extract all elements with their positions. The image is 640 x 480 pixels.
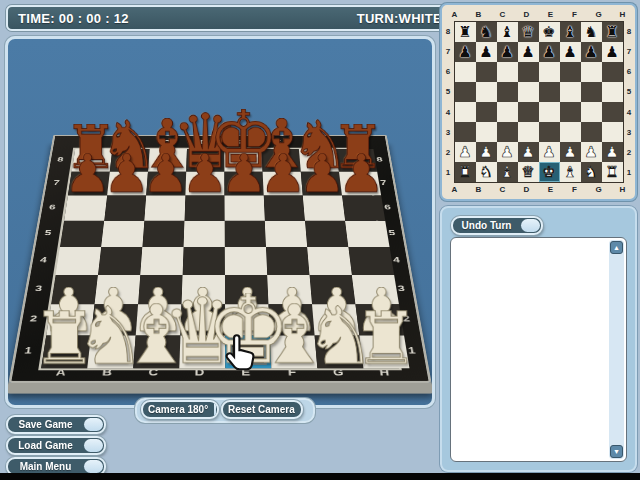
mini-square-b7: ♟ bbox=[476, 42, 497, 62]
mini-square-h6 bbox=[602, 62, 623, 82]
mini-piece-white-pawn: ♟ bbox=[476, 142, 497, 162]
square-d6[interactable] bbox=[184, 196, 224, 221]
coordinate-label-E: E bbox=[539, 8, 563, 21]
mini-square-d7: ♟ bbox=[518, 42, 539, 62]
square-f6[interactable] bbox=[264, 196, 305, 221]
mini-square-b6 bbox=[476, 62, 497, 82]
button-tab bbox=[214, 403, 216, 416]
square-f4[interactable] bbox=[266, 247, 310, 275]
mini-square-f3 bbox=[560, 122, 581, 142]
coordinate-label-A: A bbox=[443, 8, 467, 21]
square-f7[interactable]: ♟ bbox=[263, 172, 303, 196]
mini-square-c6 bbox=[497, 62, 518, 82]
square-d5[interactable] bbox=[184, 221, 225, 247]
square-g6[interactable] bbox=[303, 196, 345, 221]
mini-square-a7: ♟ bbox=[455, 42, 476, 62]
coordinate-label-4: 4 bbox=[624, 102, 635, 122]
app-window: { "game": "chess", "position": { "fen": … bbox=[0, 0, 640, 480]
mini-square-h5 bbox=[602, 82, 623, 102]
mini-square-c1: ♝ bbox=[497, 162, 518, 182]
coordinate-label-C: C bbox=[491, 8, 515, 21]
square-g7[interactable]: ♟ bbox=[301, 172, 342, 196]
mini-board: ABCDEFGH 87654321 ♜♞♝♛♚♝♞♜♟♟♟♟♟♟♟♟♟♟♟♟♟♟… bbox=[443, 8, 635, 196]
mini-piece-white-rook: ♜ bbox=[602, 162, 623, 182]
mini-piece-black-pawn: ♟ bbox=[518, 42, 539, 62]
main-menu-label: Main Menu bbox=[8, 459, 83, 474]
mini-piece-black-pawn: ♟ bbox=[476, 42, 497, 62]
board-3d-scene: ABCDEFGH ABCDEFGH 87654321 87654321 ♜♞♝♛… bbox=[8, 39, 432, 405]
mini-piece-black-pawn: ♟ bbox=[497, 42, 518, 62]
mini-square-e1: ♚ bbox=[539, 162, 560, 182]
mini-board-squares: ♜♞♝♛♚♝♞♜♟♟♟♟♟♟♟♟♟♟♟♟♟♟♟♟♜♞♝♛♚♝♞♜ bbox=[454, 21, 624, 183]
mini-piece-black-pawn: ♟ bbox=[581, 42, 602, 62]
mini-square-d8: ♛ bbox=[518, 22, 539, 42]
mini-piece-black-rook: ♜ bbox=[455, 22, 476, 42]
coordinate-label-2: 2 bbox=[443, 143, 454, 163]
coordinate-label-A: A bbox=[443, 183, 467, 196]
mini-square-d6 bbox=[518, 62, 539, 82]
coordinate-label-8: 8 bbox=[624, 21, 635, 41]
button-tab bbox=[521, 219, 540, 232]
mini-square-c5 bbox=[497, 82, 518, 102]
mini-square-f4 bbox=[560, 102, 581, 122]
mini-piece-black-rook: ♜ bbox=[602, 22, 623, 42]
piece-black-pawn[interactable]: ♟ bbox=[338, 154, 385, 195]
mini-square-b4 bbox=[476, 102, 497, 122]
square-g4[interactable] bbox=[307, 247, 352, 275]
mini-piece-black-pawn: ♟ bbox=[539, 42, 560, 62]
square-e6[interactable] bbox=[225, 196, 265, 221]
mini-square-c2: ♟ bbox=[497, 142, 518, 162]
mini-square-e6 bbox=[539, 62, 560, 82]
square-c5[interactable] bbox=[142, 221, 184, 247]
mini-rank-labels-left: 87654321 bbox=[443, 21, 454, 183]
square-h6[interactable] bbox=[342, 196, 385, 221]
mini-piece-black-pawn: ♟ bbox=[602, 42, 623, 62]
scroll-up-icon[interactable]: ▲ bbox=[610, 241, 623, 254]
coordinate-label-5: 5 bbox=[443, 82, 454, 102]
mini-piece-white-pawn: ♟ bbox=[497, 142, 518, 162]
square-b6[interactable] bbox=[104, 196, 146, 221]
mini-piece-black-bishop: ♝ bbox=[560, 22, 581, 42]
coordinate-label-F: F bbox=[563, 8, 587, 21]
board-3d-squares: ♜♞♝♛♚♝♞♜♟♟♟♟♟♟♟♟♟♟♟♟♟♟♟♟♜♞♝♛♚♝♞♜ bbox=[38, 148, 402, 371]
mini-square-d3 bbox=[518, 122, 539, 142]
coordinate-label-7: 7 bbox=[443, 41, 454, 61]
mini-square-h4 bbox=[602, 102, 623, 122]
mini-piece-white-rook: ♜ bbox=[455, 162, 476, 182]
mini-square-g7: ♟ bbox=[581, 42, 602, 62]
mini-square-f1: ♝ bbox=[560, 162, 581, 182]
mini-square-h8: ♜ bbox=[602, 22, 623, 42]
coordinate-label-C: C bbox=[491, 183, 515, 196]
undo-turn-button[interactable]: Undo Turn bbox=[451, 216, 543, 235]
mini-piece-white-pawn: ♟ bbox=[581, 142, 602, 162]
mini-square-h1: ♜ bbox=[602, 162, 623, 182]
coordinate-label-H: H bbox=[611, 8, 635, 21]
camera-180-button[interactable]: Camera 180° bbox=[141, 400, 219, 419]
mini-square-c8: ♝ bbox=[497, 22, 518, 42]
coordinate-label-4: 4 bbox=[32, 246, 56, 274]
coordinate-label-H: H bbox=[611, 183, 635, 196]
mini-square-a4 bbox=[455, 102, 476, 122]
square-b5[interactable] bbox=[101, 221, 144, 247]
mini-square-f8: ♝ bbox=[560, 22, 581, 42]
square-e5[interactable] bbox=[225, 221, 266, 247]
mini-piece-white-king: ♚ bbox=[539, 162, 560, 182]
mini-square-c3 bbox=[497, 122, 518, 142]
mini-square-f7: ♟ bbox=[560, 42, 581, 62]
board-3d-frame: ABCDEFGH ABCDEFGH 87654321 87654321 ♜♞♝♛… bbox=[8, 135, 431, 383]
move-list-scrollbar[interactable]: ▲ ▼ bbox=[609, 240, 624, 459]
mini-piece-white-knight: ♞ bbox=[581, 162, 602, 182]
mini-square-e3 bbox=[539, 122, 560, 142]
mini-square-d2: ♟ bbox=[518, 142, 539, 162]
coordinate-label-G: G bbox=[587, 183, 611, 196]
mini-piece-black-king: ♚ bbox=[539, 22, 560, 42]
mini-square-a2: ♟ bbox=[455, 142, 476, 162]
mini-piece-black-pawn: ♟ bbox=[455, 42, 476, 62]
status-bar: TIME: 00 : 00 : 12 TURN:WHITE bbox=[6, 5, 454, 31]
mini-square-f2: ♟ bbox=[560, 142, 581, 162]
mini-square-b8: ♞ bbox=[476, 22, 497, 42]
coordinate-label-D: D bbox=[515, 8, 539, 21]
square-d4[interactable] bbox=[183, 247, 225, 275]
coordinate-label-5: 5 bbox=[624, 82, 635, 102]
square-a6[interactable] bbox=[64, 196, 107, 221]
coordinate-label-D: D bbox=[515, 183, 539, 196]
mini-square-g3 bbox=[581, 122, 602, 142]
coordinate-label-5: 5 bbox=[36, 219, 59, 245]
mini-file-labels-top: ABCDEFGH bbox=[443, 8, 635, 21]
square-a4[interactable] bbox=[56, 247, 102, 275]
mini-square-c7: ♟ bbox=[497, 42, 518, 62]
coordinate-label-B: B bbox=[467, 8, 491, 21]
mini-square-e5 bbox=[539, 82, 560, 102]
square-b1[interactable]: ♞ bbox=[87, 335, 136, 368]
mini-square-b1: ♞ bbox=[476, 162, 497, 182]
mini-square-e4 bbox=[539, 102, 560, 122]
square-a5[interactable] bbox=[60, 221, 104, 247]
mini-square-b2: ♟ bbox=[476, 142, 497, 162]
coordinate-label-6: 6 bbox=[443, 62, 454, 82]
mini-rank-labels-right: 87654321 bbox=[624, 21, 635, 183]
undo-turn-label: Undo Turn bbox=[453, 218, 520, 233]
camera-180-label: Camera 180° bbox=[143, 402, 213, 417]
coordinate-label-8: 8 bbox=[443, 21, 454, 41]
coordinate-label-4: 4 bbox=[443, 102, 454, 122]
save-game-button[interactable]: Save Game bbox=[6, 415, 106, 434]
square-e1[interactable]: ♚ bbox=[225, 335, 271, 368]
piece-white-king[interactable]: ♚ bbox=[205, 293, 291, 367]
coordinate-label-6: 6 bbox=[41, 194, 63, 219]
move-list: ▲ ▼ bbox=[450, 237, 627, 462]
mini-square-b3 bbox=[476, 122, 497, 142]
mini-square-a3 bbox=[455, 122, 476, 142]
mini-square-a6 bbox=[455, 62, 476, 82]
coordinate-label-B: B bbox=[467, 183, 491, 196]
load-game-button[interactable]: Load Game bbox=[6, 436, 106, 455]
coordinate-label-7: 7 bbox=[624, 41, 635, 61]
coordinate-label-2: 2 bbox=[624, 143, 635, 163]
square-h7[interactable]: ♟ bbox=[339, 172, 381, 196]
bottom-black-bar bbox=[0, 473, 640, 480]
mini-board-panel: ABCDEFGH 87654321 ♜♞♝♛♚♝♞♜♟♟♟♟♟♟♟♟♟♟♟♟♟♟… bbox=[440, 3, 637, 201]
mini-piece-white-pawn: ♟ bbox=[539, 142, 560, 162]
mini-square-h2: ♟ bbox=[602, 142, 623, 162]
piece-white-knight[interactable]: ♞ bbox=[305, 305, 376, 367]
mini-square-g8: ♞ bbox=[581, 22, 602, 42]
mini-piece-black-bishop: ♝ bbox=[497, 22, 518, 42]
coordinate-label-F: F bbox=[563, 183, 587, 196]
mini-square-d1: ♛ bbox=[518, 162, 539, 182]
mini-piece-white-pawn: ♟ bbox=[560, 142, 581, 162]
mini-piece-black-queen: ♛ bbox=[518, 22, 539, 42]
piece-white-knight[interactable]: ♞ bbox=[75, 305, 146, 367]
mini-square-h7: ♟ bbox=[602, 42, 623, 62]
mini-square-e2: ♟ bbox=[539, 142, 560, 162]
mini-square-d5 bbox=[518, 82, 539, 102]
square-g5[interactable] bbox=[305, 221, 348, 247]
time-display: TIME: 00 : 00 : 12 bbox=[18, 11, 129, 26]
reset-camera-button[interactable]: Reset Camera bbox=[221, 400, 303, 419]
mini-piece-black-knight: ♞ bbox=[476, 22, 497, 42]
mini-square-a1: ♜ bbox=[455, 162, 476, 182]
square-c4[interactable] bbox=[140, 247, 183, 275]
square-e7[interactable]: ♟ bbox=[224, 172, 263, 196]
mini-square-b5 bbox=[476, 82, 497, 102]
move-list-panel: Undo Turn ▲ ▼ bbox=[440, 206, 637, 472]
mini-square-f5 bbox=[560, 82, 581, 102]
coordinate-label-G: G bbox=[587, 8, 611, 21]
mini-piece-white-pawn: ♟ bbox=[455, 142, 476, 162]
save-game-label: Save Game bbox=[8, 417, 83, 432]
mini-square-e7: ♟ bbox=[539, 42, 560, 62]
square-e4[interactable] bbox=[225, 247, 267, 275]
mini-square-g5 bbox=[581, 82, 602, 102]
square-c6[interactable] bbox=[144, 196, 185, 221]
mini-square-g6 bbox=[581, 62, 602, 82]
mini-square-c4 bbox=[497, 102, 518, 122]
load-game-label: Load Game bbox=[8, 438, 83, 453]
square-f5[interactable] bbox=[265, 221, 307, 247]
scroll-down-icon[interactable]: ▼ bbox=[610, 445, 623, 458]
button-tab bbox=[84, 418, 103, 431]
mini-piece-white-pawn: ♟ bbox=[518, 142, 539, 162]
mini-square-a8: ♜ bbox=[455, 22, 476, 42]
mini-piece-white-knight: ♞ bbox=[476, 162, 497, 182]
mini-square-g1: ♞ bbox=[581, 162, 602, 182]
mini-square-e8: ♚ bbox=[539, 22, 560, 42]
mini-square-g2: ♟ bbox=[581, 142, 602, 162]
mini-square-d4 bbox=[518, 102, 539, 122]
coordinate-label-3: 3 bbox=[443, 122, 454, 142]
mini-piece-black-knight: ♞ bbox=[581, 22, 602, 42]
mini-square-h3 bbox=[602, 122, 623, 142]
mini-file-labels-bottom: ABCDEFGH bbox=[443, 183, 635, 196]
square-g1[interactable]: ♞ bbox=[315, 335, 364, 368]
button-tab bbox=[84, 460, 103, 473]
board-3d-panel: ABCDEFGH ABCDEFGH 87654321 87654321 ♜♞♝♛… bbox=[5, 36, 435, 408]
square-b4[interactable] bbox=[98, 247, 142, 275]
mini-square-a5 bbox=[455, 82, 476, 102]
mini-piece-white-bishop: ♝ bbox=[497, 162, 518, 182]
coordinate-label-E: E bbox=[539, 183, 563, 196]
coordinate-label-1: 1 bbox=[443, 163, 454, 183]
turn-indicator: TURN:WHITE bbox=[357, 11, 442, 26]
coordinate-label-3: 3 bbox=[624, 122, 635, 142]
mini-square-f6 bbox=[560, 62, 581, 82]
reset-camera-label: Reset Camera bbox=[223, 402, 300, 417]
mini-piece-black-pawn: ♟ bbox=[560, 42, 581, 62]
mini-piece-white-queen: ♛ bbox=[518, 162, 539, 182]
coordinate-label-6: 6 bbox=[624, 62, 635, 82]
mini-piece-white-pawn: ♟ bbox=[602, 142, 623, 162]
coordinate-label-1: 1 bbox=[624, 163, 635, 183]
square-d7[interactable]: ♟ bbox=[185, 172, 224, 196]
mini-square-g4 bbox=[581, 102, 602, 122]
button-tab bbox=[84, 439, 103, 452]
mini-piece-white-bishop: ♝ bbox=[560, 162, 581, 182]
square-c7[interactable]: ♟ bbox=[146, 172, 186, 196]
